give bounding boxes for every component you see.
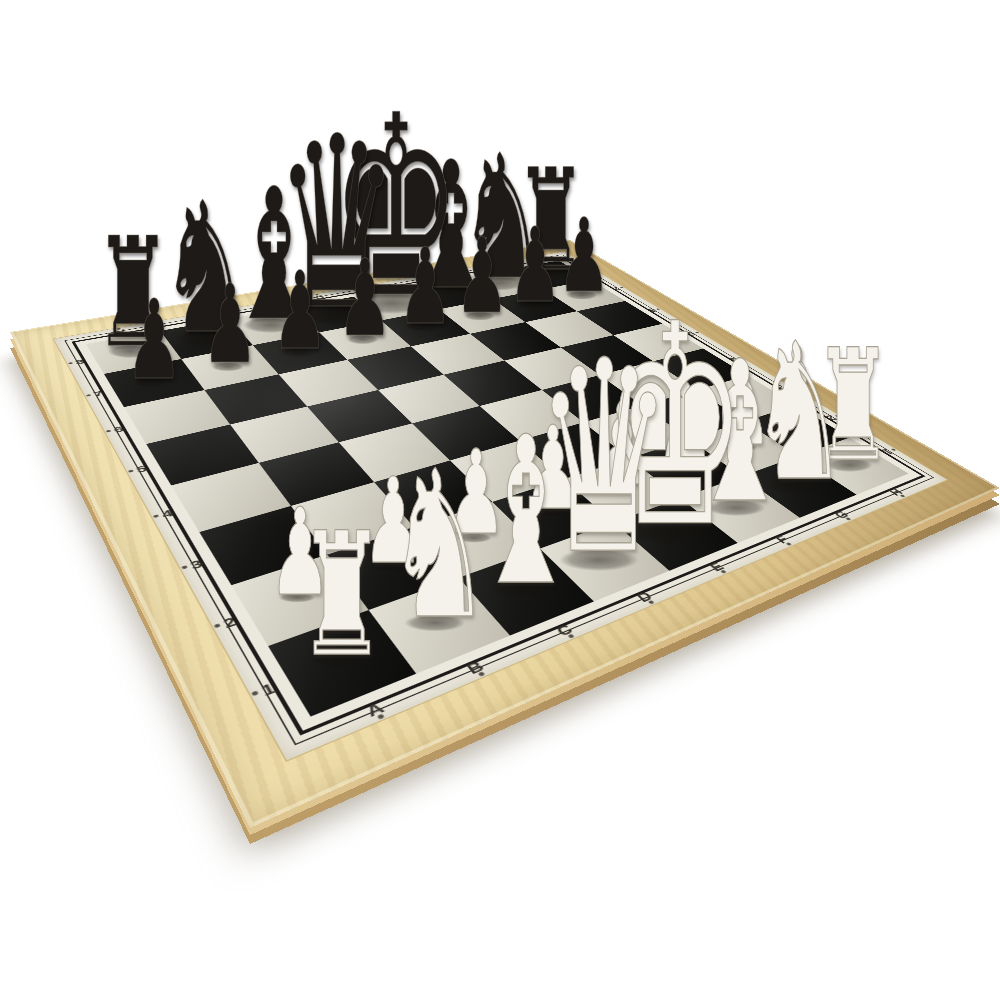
chess-set-photo: 8AA87BB76CC65DD54EE43FF32GG21HH1 ♜♞♝♛♚♝♞… [0, 0, 1000, 1000]
chess-board: 8AA87BB76CC65DD54EE43FF32GG21HH1 [10, 240, 1000, 828]
